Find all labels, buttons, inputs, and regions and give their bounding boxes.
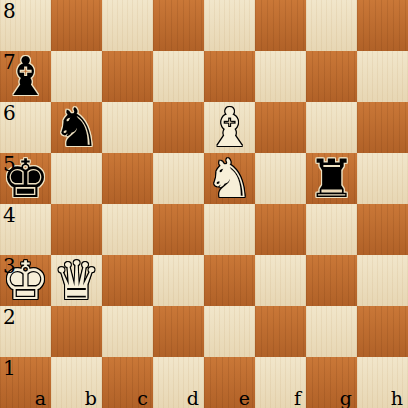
square-g5[interactable]: ♜ [306, 153, 357, 204]
square-f8[interactable] [255, 0, 306, 51]
square-c3[interactable] [102, 255, 153, 306]
square-c1[interactable]: c [102, 357, 153, 408]
square-d1[interactable]: d [153, 357, 204, 408]
square-a4[interactable]: 4 [0, 204, 51, 255]
square-c2[interactable] [102, 306, 153, 357]
square-c5[interactable] [102, 153, 153, 204]
square-e5[interactable]: ♞ [204, 153, 255, 204]
square-g1[interactable]: g [306, 357, 357, 408]
square-f1[interactable]: f [255, 357, 306, 408]
square-f2[interactable] [255, 306, 306, 357]
square-e8[interactable] [204, 0, 255, 51]
file-label-f: f [294, 389, 301, 408]
black-rook[interactable]: ♜ [308, 153, 356, 204]
square-c8[interactable] [102, 0, 153, 51]
square-g3[interactable] [306, 255, 357, 306]
file-label-c: c [137, 389, 148, 408]
square-b5[interactable] [51, 153, 102, 204]
square-e4[interactable] [204, 204, 255, 255]
file-label-d: d [187, 389, 199, 408]
square-a2[interactable]: 2 [0, 306, 51, 357]
white-bishop[interactable]: ♝ [206, 102, 254, 153]
rank-label-6: 6 [3, 103, 16, 123]
square-c7[interactable] [102, 51, 153, 102]
square-b6[interactable]: ♞ [51, 102, 102, 153]
square-b7[interactable] [51, 51, 102, 102]
white-queen[interactable]: ♛ [53, 255, 101, 306]
square-g4[interactable] [306, 204, 357, 255]
square-f5[interactable] [255, 153, 306, 204]
chess-board: 87♝6♞♝5♚♞♜43♚♛21abcdefgh [0, 0, 408, 408]
square-d8[interactable] [153, 0, 204, 51]
square-h5[interactable] [357, 153, 408, 204]
square-h8[interactable] [357, 0, 408, 51]
square-f6[interactable] [255, 102, 306, 153]
square-h4[interactable] [357, 204, 408, 255]
square-d6[interactable] [153, 102, 204, 153]
file-label-g: g [340, 389, 352, 408]
square-a3[interactable]: 3♚ [0, 255, 51, 306]
square-f3[interactable] [255, 255, 306, 306]
square-e6[interactable]: ♝ [204, 102, 255, 153]
square-b1[interactable]: b [51, 357, 102, 408]
square-d2[interactable] [153, 306, 204, 357]
rank-label-3: 3 [3, 256, 16, 276]
square-h7[interactable] [357, 51, 408, 102]
square-d4[interactable] [153, 204, 204, 255]
square-b4[interactable] [51, 204, 102, 255]
square-b8[interactable] [51, 0, 102, 51]
square-g2[interactable] [306, 306, 357, 357]
square-c6[interactable] [102, 102, 153, 153]
square-a7[interactable]: 7♝ [0, 51, 51, 102]
square-h3[interactable] [357, 255, 408, 306]
file-label-h: h [391, 389, 403, 408]
square-e3[interactable] [204, 255, 255, 306]
rank-label-8: 8 [3, 1, 16, 21]
black-knight[interactable]: ♞ [53, 102, 101, 153]
square-d3[interactable] [153, 255, 204, 306]
square-a6[interactable]: 6 [0, 102, 51, 153]
square-d7[interactable] [153, 51, 204, 102]
square-e2[interactable] [204, 306, 255, 357]
rank-label-2: 2 [3, 307, 16, 327]
square-h1[interactable]: h [357, 357, 408, 408]
square-a1[interactable]: 1a [0, 357, 51, 408]
square-b2[interactable] [51, 306, 102, 357]
square-f4[interactable] [255, 204, 306, 255]
file-label-a: a [35, 389, 46, 408]
square-g6[interactable] [306, 102, 357, 153]
square-c4[interactable] [102, 204, 153, 255]
rank-label-5: 5 [3, 154, 16, 174]
square-g7[interactable] [306, 51, 357, 102]
rank-label-1: 1 [3, 358, 16, 378]
file-label-e: e [239, 389, 250, 408]
square-e1[interactable]: e [204, 357, 255, 408]
rank-label-4: 4 [3, 205, 16, 225]
file-label-b: b [85, 389, 97, 408]
square-a8[interactable]: 8 [0, 0, 51, 51]
square-h2[interactable] [357, 306, 408, 357]
white-knight[interactable]: ♞ [206, 153, 254, 204]
square-g8[interactable] [306, 0, 357, 51]
square-d5[interactable] [153, 153, 204, 204]
square-b3[interactable]: ♛ [51, 255, 102, 306]
square-f7[interactable] [255, 51, 306, 102]
rank-label-7: 7 [3, 52, 16, 72]
square-h6[interactable] [357, 102, 408, 153]
square-a5[interactable]: 5♚ [0, 153, 51, 204]
square-e7[interactable] [204, 51, 255, 102]
